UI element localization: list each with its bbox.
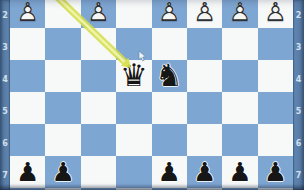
- square-g8[interactable]: [45, 188, 80, 190]
- square-d2[interactable]: ♟♙: [152, 0, 187, 28]
- rank-label-left-3: 3: [0, 43, 10, 53]
- square-d8[interactable]: [152, 188, 187, 190]
- square-b3[interactable]: [222, 28, 257, 60]
- left-rank-border: 234567: [0, 0, 10, 190]
- square-g7[interactable]: ♟: [45, 156, 80, 188]
- square-b4[interactable]: [222, 60, 257, 92]
- white-pawn: ♟♙: [187, 0, 222, 28]
- rank-label-left-6: 6: [0, 139, 10, 149]
- square-h8[interactable]: [10, 188, 45, 190]
- square-e8[interactable]: [116, 188, 151, 190]
- square-d4[interactable]: ♞: [152, 60, 187, 92]
- black-pawn: ♟: [228, 159, 251, 185]
- square-f7[interactable]: [81, 156, 116, 188]
- square-f8[interactable]: [81, 188, 116, 190]
- square-h2[interactable]: ♟♙: [10, 0, 45, 28]
- square-f3[interactable]: [81, 28, 116, 60]
- square-c5[interactable]: [187, 92, 222, 124]
- rank-label-right-4: 4: [293, 75, 304, 85]
- square-a8[interactable]: [258, 188, 293, 190]
- rank-label-left-4: 4: [0, 75, 10, 85]
- square-b6[interactable]: [222, 124, 257, 156]
- square-h6[interactable]: [10, 124, 45, 156]
- square-f6[interactable]: [81, 124, 116, 156]
- square-e2[interactable]: [116, 0, 151, 28]
- square-f2[interactable]: ♟♙: [81, 0, 116, 28]
- square-g4[interactable]: [45, 60, 80, 92]
- right-rank-border: 234567: [293, 0, 304, 190]
- square-a6[interactable]: [258, 124, 293, 156]
- rank-label-right-5: 5: [293, 107, 304, 117]
- rank-label-left-2: 2: [0, 11, 10, 21]
- square-a2[interactable]: ♟♙: [258, 0, 293, 28]
- rank-label-right-7: 7: [293, 171, 304, 181]
- rank-label-right-6: 6: [293, 139, 304, 149]
- square-d5[interactable]: [152, 92, 187, 124]
- square-c8[interactable]: [187, 188, 222, 190]
- square-c3[interactable]: [187, 28, 222, 60]
- square-c4[interactable]: [187, 60, 222, 92]
- square-f5[interactable]: [81, 92, 116, 124]
- square-b5[interactable]: [222, 92, 257, 124]
- square-g5[interactable]: [45, 92, 80, 124]
- rank-label-left-5: 5: [0, 107, 10, 117]
- rank-label-right-2: 2: [293, 11, 304, 21]
- square-c6[interactable]: [187, 124, 222, 156]
- black-pawn: ♟: [193, 159, 216, 185]
- square-f4[interactable]: [81, 60, 116, 92]
- square-d6[interactable]: [152, 124, 187, 156]
- black-pawn: ♟: [158, 159, 181, 185]
- square-d7[interactable]: ♟: [152, 156, 187, 188]
- white-pawn: ♟♙: [258, 0, 293, 28]
- black-pawn: ♟: [16, 159, 39, 185]
- square-b8[interactable]: [222, 188, 257, 190]
- square-e7[interactable]: [116, 156, 151, 188]
- square-c2[interactable]: ♟♙: [187, 0, 222, 28]
- square-a7[interactable]: ♟: [258, 156, 293, 188]
- square-d3[interactable]: [152, 28, 187, 60]
- square-h5[interactable]: [10, 92, 45, 124]
- square-a5[interactable]: [258, 92, 293, 124]
- square-h7[interactable]: ♟: [10, 156, 45, 188]
- chess-board-frame: ♟♙♟♙♟♙♟♙♟♙♟♙♛♞♟♟♟♟♟♟ 234567 234567: [0, 0, 304, 190]
- black-queen: ♛: [120, 60, 148, 91]
- white-pawn: ♟♙: [81, 0, 116, 28]
- square-e6[interactable]: [116, 124, 151, 156]
- square-e3[interactable]: [116, 28, 151, 60]
- square-g6[interactable]: [45, 124, 80, 156]
- square-b2[interactable]: ♟♙: [222, 0, 257, 28]
- white-pawn: ♟♙: [152, 0, 187, 28]
- rank-label-left-7: 7: [0, 171, 10, 181]
- square-g2[interactable]: [45, 0, 80, 28]
- rank-label-right-3: 3: [293, 43, 304, 53]
- black-pawn: ♟: [264, 159, 287, 185]
- square-b7[interactable]: ♟: [222, 156, 257, 188]
- square-e4[interactable]: ♛: [116, 60, 151, 92]
- black-knight: ♞: [155, 60, 183, 91]
- black-pawn: ♟: [51, 159, 74, 185]
- square-e5[interactable]: [116, 92, 151, 124]
- square-h3[interactable]: [10, 28, 45, 60]
- square-a4[interactable]: [258, 60, 293, 92]
- square-c7[interactable]: ♟: [187, 156, 222, 188]
- square-a3[interactable]: [258, 28, 293, 60]
- white-pawn: ♟♙: [10, 0, 45, 28]
- square-g3[interactable]: [45, 28, 80, 60]
- white-pawn: ♟♙: [222, 0, 257, 28]
- board-grid: ♟♙♟♙♟♙♟♙♟♙♟♙♛♞♟♟♟♟♟♟: [10, 0, 293, 190]
- square-h4[interactable]: [10, 60, 45, 92]
